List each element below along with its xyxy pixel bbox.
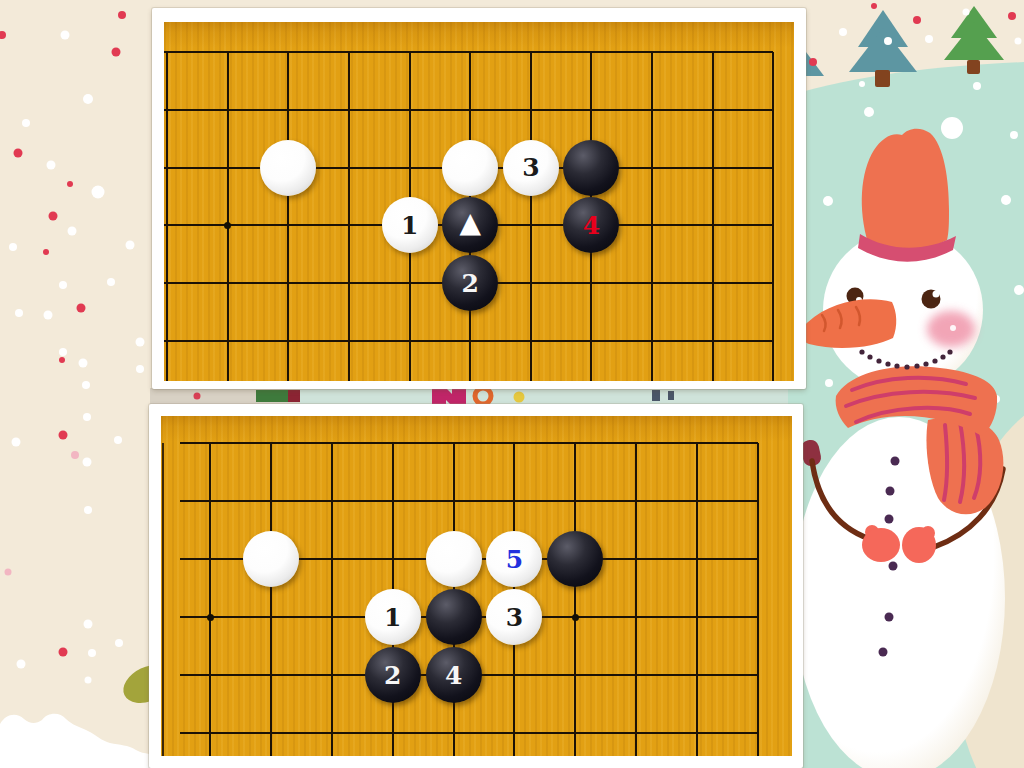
board-margin	[379, 370, 440, 381]
board-intersection[interactable]	[622, 312, 683, 370]
board-intersection[interactable]	[258, 139, 319, 197]
stone-white[interactable]	[426, 531, 482, 587]
stone-white[interactable]	[243, 531, 299, 587]
board-intersection[interactable]	[301, 588, 362, 646]
board-margin	[622, 370, 683, 381]
board-intersection[interactable]	[423, 472, 484, 530]
board-intersection[interactable]	[484, 472, 545, 530]
board-intersection[interactable]	[728, 704, 789, 756]
go-diagram-2: 51324	[149, 404, 803, 768]
board-intersection[interactable]	[423, 416, 484, 472]
board-intersection[interactable]	[258, 196, 319, 254]
board-intersection[interactable]: 1	[379, 196, 440, 254]
board-intersection[interactable]	[501, 312, 562, 370]
stone-black[interactable]	[426, 589, 482, 645]
board-intersection[interactable]	[743, 196, 794, 254]
board-intersection[interactable]	[667, 588, 728, 646]
hat-pompom	[941, 117, 963, 139]
board-intersection[interactable]	[301, 704, 362, 756]
board-intersection[interactable]	[180, 416, 241, 472]
board-intersection[interactable]	[423, 530, 484, 588]
board-intersection[interactable]	[319, 81, 380, 139]
stone-white[interactable]	[442, 140, 498, 196]
board-intersection[interactable]	[561, 139, 622, 197]
board-intersection[interactable]	[258, 23, 319, 81]
stone-white[interactable]: 1	[382, 197, 438, 253]
board-intersection[interactable]	[682, 254, 743, 312]
board-intersection[interactable]	[743, 81, 794, 139]
board-intersection[interactable]	[164, 254, 198, 312]
board-intersection[interactable]	[440, 139, 501, 197]
board-intersection[interactable]	[440, 312, 501, 370]
board-intersection[interactable]	[682, 196, 743, 254]
board-intersection[interactable]	[545, 472, 606, 530]
stone-white[interactable]: 5	[486, 531, 542, 587]
board-intersection[interactable]	[545, 704, 606, 756]
board-intersection[interactable]	[164, 196, 198, 254]
board-intersection[interactable]	[164, 23, 198, 81]
board-intersection[interactable]	[743, 23, 794, 81]
board-margin	[743, 370, 794, 381]
board-intersection[interactable]	[501, 196, 562, 254]
goban-top: 31▲42	[164, 22, 794, 381]
board-intersection[interactable]	[319, 196, 380, 254]
board-intersection[interactable]	[622, 81, 683, 139]
stone-label: 4	[583, 213, 600, 238]
stone-label: 3	[506, 605, 523, 630]
board-intersection[interactable]	[240, 646, 301, 704]
board-intersection[interactable]	[606, 646, 667, 704]
stone-white[interactable]	[260, 140, 316, 196]
board-intersection[interactable]	[622, 196, 683, 254]
board-intersection[interactable]	[561, 254, 622, 312]
board-intersection[interactable]	[362, 530, 423, 588]
board-intersection[interactable]	[440, 81, 501, 139]
board-intersection[interactable]	[545, 646, 606, 704]
board-intersection[interactable]	[198, 81, 259, 139]
board-intersection[interactable]	[743, 139, 794, 197]
board-intersection[interactable]	[240, 588, 301, 646]
screenshot-root: 31▲42 51324	[0, 0, 1024, 768]
board-intersection[interactable]: ▲	[440, 196, 501, 254]
board-intersection[interactable]	[682, 312, 743, 370]
board-intersection[interactable]	[301, 530, 362, 588]
board-intersection[interactable]	[379, 254, 440, 312]
board-intersection[interactable]	[319, 139, 380, 197]
stone-black[interactable]	[547, 531, 603, 587]
board-intersection[interactable]	[180, 704, 241, 756]
board-intersection[interactable]	[362, 704, 423, 756]
board-intersection[interactable]	[379, 139, 440, 197]
board-intersection[interactable]	[198, 23, 259, 81]
board-intersection[interactable]	[423, 588, 484, 646]
board-intersection[interactable]	[180, 472, 241, 530]
star-point	[224, 222, 231, 229]
board-intersection[interactable]	[606, 416, 667, 472]
board-intersection[interactable]	[198, 196, 259, 254]
board-intersection[interactable]	[319, 23, 380, 81]
board-intersection[interactable]	[362, 416, 423, 472]
stone-label: 4	[445, 663, 462, 688]
go-diagram-1: 31▲42	[152, 8, 806, 389]
board-intersection[interactable]	[164, 139, 198, 197]
board-intersection[interactable]	[501, 81, 562, 139]
board-intersection[interactable]: 2	[440, 254, 501, 312]
board-intersection[interactable]	[667, 416, 728, 472]
stone-black[interactable]: 2	[365, 647, 421, 703]
board-intersection[interactable]	[484, 416, 545, 472]
board-margin	[682, 370, 743, 381]
board-intersection[interactable]: 4	[423, 646, 484, 704]
board-intersection[interactable]	[728, 472, 789, 530]
board-intersection[interactable]	[728, 530, 789, 588]
between-boards-strip	[150, 388, 806, 405]
star-point	[207, 614, 214, 621]
board-intersection[interactable]	[682, 139, 743, 197]
board-intersection[interactable]	[561, 312, 622, 370]
board-intersection[interactable]	[301, 472, 362, 530]
stone-black[interactable]: 4	[426, 647, 482, 703]
board-intersection[interactable]: 1	[362, 588, 423, 646]
board-intersection[interactable]	[545, 588, 606, 646]
board-intersection[interactable]	[606, 472, 667, 530]
board-intersection[interactable]	[606, 530, 667, 588]
board-intersection[interactable]	[501, 23, 562, 81]
board-intersection[interactable]	[319, 312, 380, 370]
stone-label: 3	[522, 155, 539, 180]
board-intersection[interactable]	[622, 23, 683, 81]
board-intersection[interactable]: 4	[561, 196, 622, 254]
board-intersection[interactable]	[561, 81, 622, 139]
board-intersection[interactable]: 3	[484, 588, 545, 646]
triangle-mark: ▲	[459, 209, 481, 237]
board-margin	[501, 370, 562, 381]
board-intersection[interactable]	[501, 254, 562, 312]
board-intersection[interactable]	[622, 139, 683, 197]
board-margin	[164, 370, 198, 381]
winter-scene	[788, 3, 1024, 768]
board-intersection[interactable]: 2	[362, 646, 423, 704]
board-intersection[interactable]	[728, 646, 789, 704]
board-intersection[interactable]	[484, 704, 545, 756]
stone-black[interactable]	[563, 140, 619, 196]
stone-black[interactable]: 2	[442, 255, 498, 311]
board-intersection[interactable]	[484, 646, 545, 704]
stone-label: 1	[401, 213, 418, 238]
board-intersection[interactable]	[545, 530, 606, 588]
board-intersection[interactable]	[728, 416, 789, 472]
board-intersection[interactable]	[180, 530, 241, 588]
board-intersection[interactable]: 3	[501, 139, 562, 197]
board-intersection[interactable]	[258, 81, 319, 139]
board-intersection[interactable]	[606, 588, 667, 646]
board-intersection[interactable]	[164, 312, 198, 370]
goban-grid: 51324	[180, 416, 789, 756]
board-intersection[interactable]	[198, 312, 259, 370]
goban-grid: 31▲42	[164, 23, 794, 381]
board-intersection[interactable]	[240, 416, 301, 472]
board-intersection[interactable]	[379, 312, 440, 370]
board-intersection[interactable]	[198, 254, 259, 312]
board-intersection[interactable]	[258, 312, 319, 370]
board-intersection[interactable]	[180, 646, 241, 704]
board-intersection[interactable]	[743, 254, 794, 312]
board-margin	[319, 370, 380, 381]
board-margin	[258, 370, 319, 381]
stone-black[interactable]: 4	[563, 197, 619, 253]
board-intersection[interactable]	[667, 704, 728, 756]
board-intersection[interactable]	[164, 81, 198, 139]
board-intersection[interactable]	[682, 23, 743, 81]
board-intersection[interactable]	[362, 472, 423, 530]
board-intersection[interactable]	[319, 254, 380, 312]
stone-white[interactable]: 1	[365, 589, 421, 645]
stone-label: 2	[462, 271, 479, 296]
board-intersection[interactable]	[682, 81, 743, 139]
board-intersection[interactable]	[561, 23, 622, 81]
star-point	[572, 614, 579, 621]
board-intersection[interactable]	[301, 416, 362, 472]
board-intersection[interactable]	[440, 23, 501, 81]
board-intersection[interactable]	[301, 646, 362, 704]
board-margin	[561, 370, 622, 381]
stone-white[interactable]: 3	[486, 589, 542, 645]
board-intersection[interactable]	[545, 416, 606, 472]
board-intersection[interactable]	[379, 81, 440, 139]
board-intersection[interactable]	[606, 704, 667, 756]
board-intersection[interactable]	[667, 646, 728, 704]
board-intersection[interactable]: 5	[484, 530, 545, 588]
goban-bottom: 51324	[161, 416, 792, 756]
stone-label: 2	[384, 663, 401, 688]
board-intersection[interactable]	[622, 254, 683, 312]
board-intersection[interactable]	[667, 472, 728, 530]
board-intersection[interactable]	[240, 530, 301, 588]
board-intersection[interactable]	[667, 530, 728, 588]
board-intersection[interactable]	[198, 139, 259, 197]
board-intersection[interactable]	[423, 704, 484, 756]
stone-label: 1	[384, 605, 401, 630]
stone-black[interactable]: ▲	[442, 197, 498, 253]
board-margin	[440, 370, 501, 381]
board-intersection[interactable]	[180, 588, 241, 646]
board-margin	[198, 370, 259, 381]
board-intersection[interactable]	[728, 588, 789, 646]
board-intersection[interactable]	[379, 23, 440, 81]
stone-white[interactable]: 3	[503, 140, 559, 196]
board-intersection[interactable]	[743, 312, 794, 370]
stone-label: 5	[506, 547, 523, 572]
board-intersection[interactable]	[240, 472, 301, 530]
board-intersection[interactable]	[258, 254, 319, 312]
board-intersection[interactable]	[240, 704, 301, 756]
